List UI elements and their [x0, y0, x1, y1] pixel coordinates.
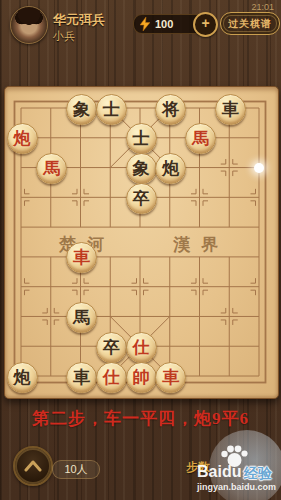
player-avatar[interactable]: [10, 6, 48, 44]
watermark-globe: [209, 430, 281, 500]
level-title: 华元弭兵: [53, 11, 105, 29]
clock-text: 21:01: [251, 2, 274, 12]
piece-black-chariot[interactable]: 車: [66, 362, 97, 393]
add-energy-button[interactable]: +: [193, 12, 218, 37]
player-rank-label: 小兵: [53, 29, 75, 44]
piece-black-advisor[interactable]: 士: [126, 123, 157, 154]
paw-icon: [221, 445, 248, 468]
piece-red-advisor[interactable]: 仕: [126, 332, 157, 363]
last-move-origin-marker: [254, 163, 264, 173]
piece-black-cannon[interactable]: 炮: [7, 362, 38, 393]
piece-black-general[interactable]: 将: [155, 94, 186, 125]
piece-black-soldier[interactable]: 卒: [126, 183, 157, 214]
piece-red-general[interactable]: 帥: [126, 362, 157, 393]
piece-black-chariot[interactable]: 車: [215, 94, 246, 125]
piece-black-elephant[interactable]: 象: [66, 94, 97, 125]
piece-red-cannon[interactable]: 炮: [7, 123, 38, 154]
chevron-up-icon: [24, 460, 42, 472]
expand-panel-button[interactable]: [13, 446, 53, 486]
stage-records-button[interactable]: 过关棋谱: [220, 12, 280, 35]
lightning-icon: [140, 17, 150, 31]
watermark-url: jingyan.baidu.com: [197, 482, 276, 492]
online-players-badge: 10人: [52, 460, 100, 479]
watermark-brand-cn: 经验: [244, 465, 272, 483]
piece-black-advisor[interactable]: 士: [96, 94, 127, 125]
piece-red-chariot[interactable]: 車: [155, 362, 186, 393]
piece-black-soldier[interactable]: 卒: [96, 332, 127, 363]
piece-black-horse[interactable]: 馬: [66, 302, 97, 333]
app-screen: 华元弭兵 小兵 21:01 100 + 过关棋谱 楚河 漢界 象士将車炮士馬馬象…: [0, 0, 281, 500]
move-hint-caption: 第二步，车一平四，炮9平6: [0, 407, 281, 430]
energy-value: 100: [155, 18, 173, 30]
xiangqi-board[interactable]: 楚河 漢界 象士将車炮士馬馬象炮卒車馬卒仕炮車仕帥車: [4, 86, 279, 399]
steps-label: 步数: [186, 459, 210, 476]
piece-red-advisor[interactable]: 仕: [96, 362, 127, 393]
river-label-right: 漢界: [173, 233, 229, 256]
piece-black-elephant[interactable]: 象: [126, 153, 157, 184]
